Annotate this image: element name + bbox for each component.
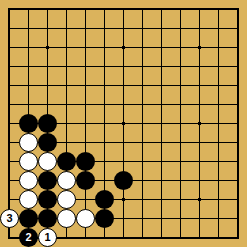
move-3-stone-white[interactable]: 3 [0, 209, 19, 228]
star-point [122, 198, 125, 201]
stone-white[interactable] [57, 171, 76, 190]
stone-black[interactable] [114, 171, 133, 190]
stone-black[interactable] [19, 114, 38, 133]
star-point [122, 46, 125, 49]
star-point [198, 122, 201, 125]
stone-black[interactable] [38, 133, 57, 152]
stone-white[interactable] [38, 152, 57, 171]
move-number-label: 1 [44, 228, 50, 247]
stone-white[interactable] [19, 190, 38, 209]
stone-white[interactable] [76, 209, 95, 228]
stone-black[interactable] [38, 114, 57, 133]
stone-black[interactable] [38, 171, 57, 190]
stone-black[interactable] [57, 152, 76, 171]
stone-white[interactable] [57, 209, 76, 228]
stone-black[interactable] [38, 190, 57, 209]
star-point [198, 46, 201, 49]
star-point [122, 122, 125, 125]
stone-white[interactable] [19, 171, 38, 190]
move-number-label: 3 [6, 209, 12, 228]
grid-line-vertical [218, 9, 219, 238]
stone-black[interactable] [76, 152, 95, 171]
star-point [46, 46, 49, 49]
stone-white[interactable] [19, 133, 38, 152]
move-1-stone-white[interactable]: 1 [38, 228, 57, 247]
grid-line-vertical [142, 9, 143, 238]
grid-line-vertical [180, 9, 181, 238]
stone-black[interactable] [38, 209, 57, 228]
stone-black[interactable] [19, 209, 38, 228]
star-point [198, 198, 201, 201]
move-2-stone-black[interactable]: 2 [19, 228, 38, 247]
stone-white[interactable] [57, 190, 76, 209]
stone-black[interactable] [95, 190, 114, 209]
go-board[interactable]: 321 [0, 0, 247, 247]
grid-line-vertical [161, 9, 162, 238]
move-number-label: 2 [25, 228, 31, 247]
stone-white[interactable] [19, 152, 38, 171]
stone-black[interactable] [76, 171, 95, 190]
stone-black[interactable] [95, 209, 114, 228]
